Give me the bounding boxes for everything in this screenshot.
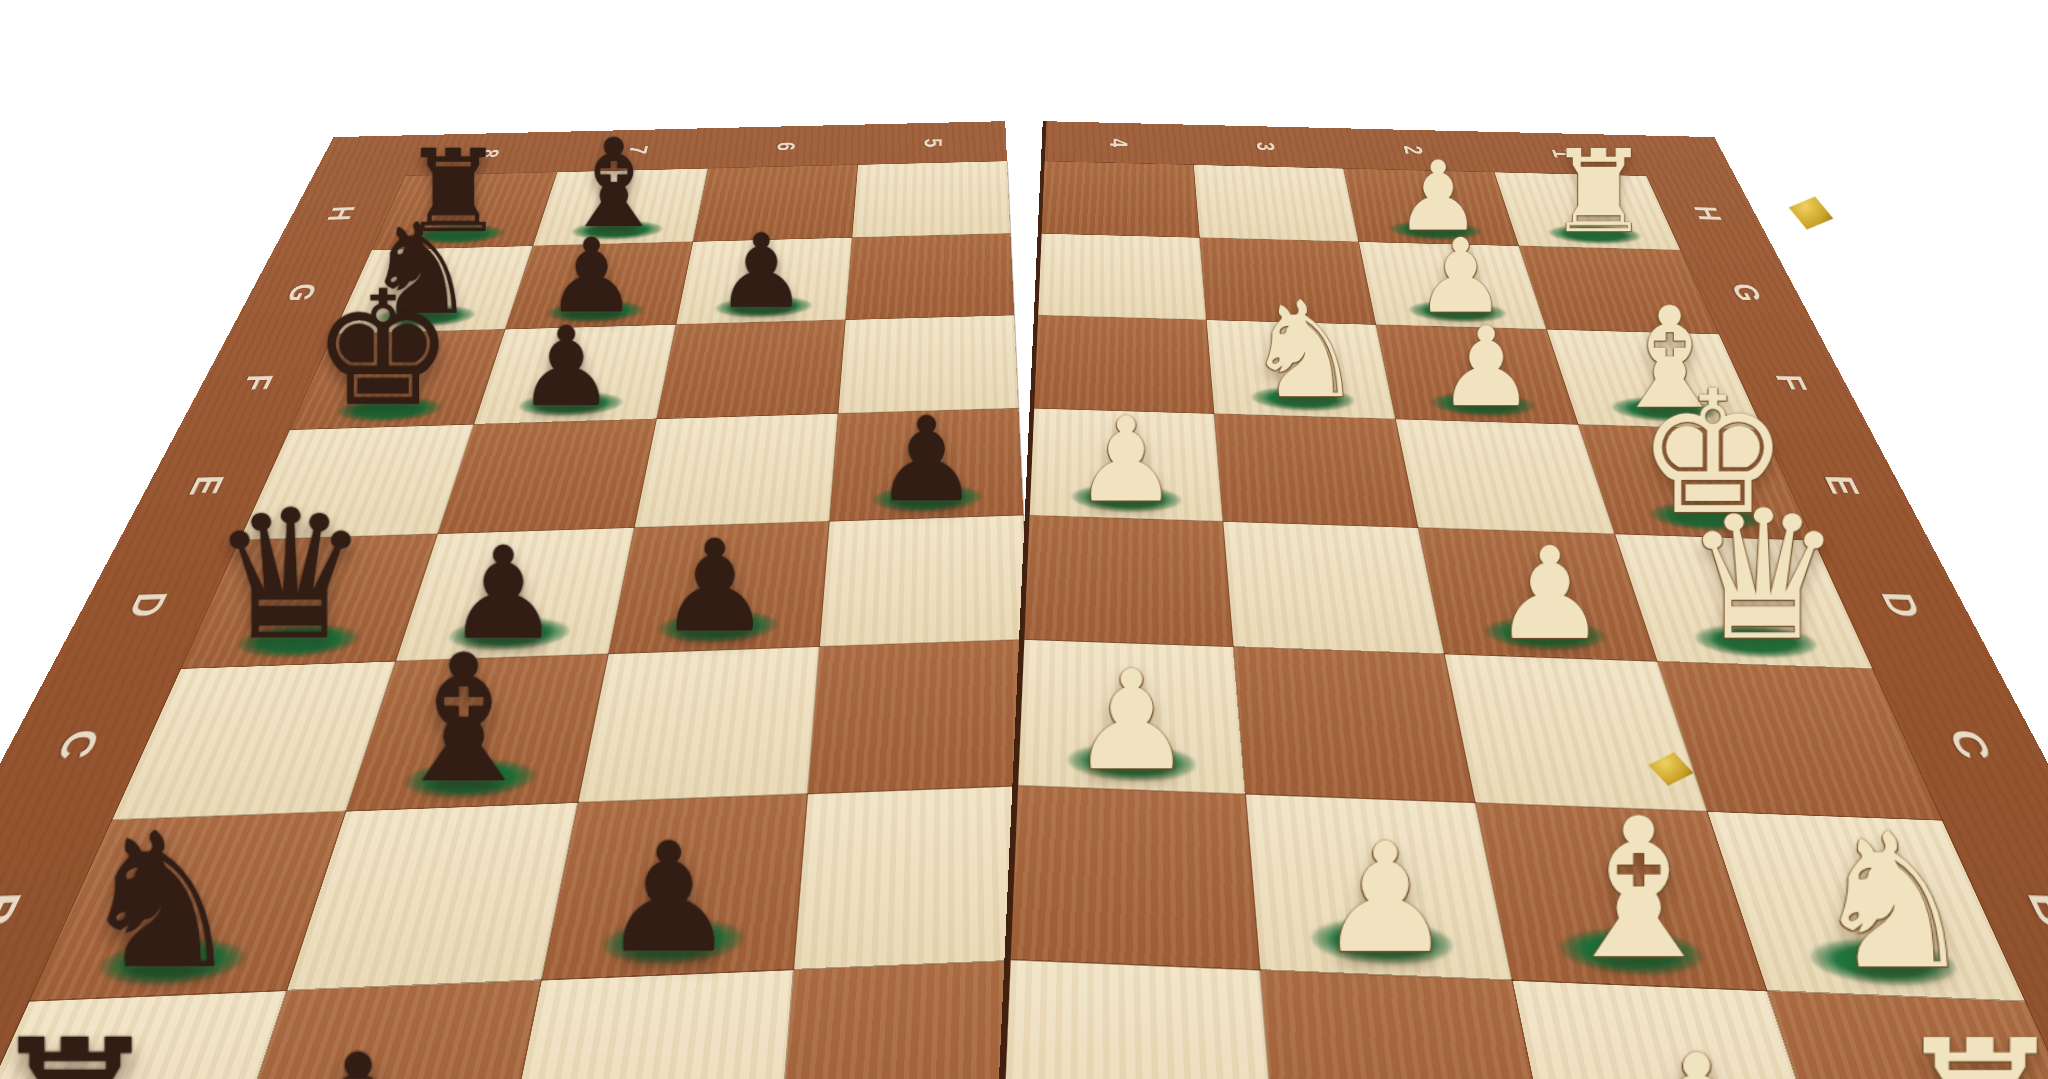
file-label-g: G [1723, 283, 1769, 302]
square-d2[interactable]: ♟ [1418, 528, 1657, 662]
file-label-c: C [46, 728, 110, 760]
square-b6[interactable]: ♟ [542, 794, 808, 980]
square-f3[interactable]: ♞ [1207, 320, 1396, 419]
square-c6[interactable] [578, 647, 820, 803]
squares-right-half: ♟♜♟♞♟♝♟♚♟♛♟♟♝♞♟♜ [1002, 161, 2048, 1079]
white-pawn-c4[interactable]: ♟ [1018, 655, 1245, 785]
rank-label-7: 7 [623, 145, 654, 154]
square-b3[interactable]: ♟ [1246, 795, 1513, 981]
black-king-f8[interactable]: ♚ [293, 274, 475, 424]
white-pawn-f2[interactable]: ♟ [1396, 315, 1577, 419]
white-pawn-a2[interactable]: ♟ [1558, 1037, 1836, 1079]
square-e7[interactable] [438, 419, 657, 534]
scene: 8765 HGFEDCBA ♜♝♞♟♟♚♟♟♛♟♟♝♞♟♜♟ 8765 4321… [0, 0, 2048, 1079]
white-rook-a1[interactable]: ♜ [1840, 1019, 2048, 1079]
square-b4[interactable] [1011, 786, 1261, 971]
square-e6[interactable] [635, 414, 839, 528]
square-d3[interactable] [1223, 522, 1444, 655]
white-knight-f3[interactable]: ♞ [1214, 287, 1394, 413]
square-e2[interactable] [1396, 419, 1615, 534]
file-label-h: H [1686, 206, 1728, 221]
rank-label-1: 1 [1546, 149, 1579, 159]
square-c4[interactable]: ♟ [1018, 640, 1246, 795]
square-c7[interactable]: ♝ [346, 654, 608, 811]
square-d6[interactable]: ♟ [609, 522, 830, 655]
white-knight-b1[interactable]: ♞ [1768, 814, 2020, 991]
white-pawn-d2[interactable]: ♟ [1445, 533, 1655, 654]
square-e4[interactable]: ♟ [1030, 409, 1224, 522]
black-pawn-a7[interactable]: ♟ [219, 1036, 497, 1079]
board-left-half: 8765 HGFEDCBA ♜♝♞♟♟♚♟♟♛♟♟♝♞♟♜♟ 8765 [0, 121, 1064, 1079]
file-label-f: F [234, 374, 281, 391]
square-f8[interactable]: ♚ [290, 330, 506, 431]
square-g5[interactable] [846, 234, 1014, 320]
square-c3[interactable] [1234, 647, 1476, 803]
square-b2[interactable]: ♝ [1476, 803, 1768, 991]
square-f6[interactable] [657, 320, 846, 419]
black-pawn-g6[interactable]: ♟ [677, 223, 845, 320]
black-rook-a8[interactable]: ♜ [0, 1018, 215, 1079]
square-h5[interactable] [852, 161, 1010, 237]
file-label-d: D [1871, 591, 1929, 618]
white-queen-d1[interactable]: ♛ [1658, 492, 1869, 662]
square-d5[interactable] [820, 516, 1029, 647]
black-pawn-f7[interactable]: ♟ [476, 315, 657, 419]
square-e3[interactable] [1214, 414, 1418, 528]
square-d4[interactable] [1024, 516, 1233, 648]
file-label-b: B [0, 891, 32, 929]
square-g4[interactable] [1038, 234, 1206, 320]
black-pawn-b6[interactable]: ♟ [544, 826, 794, 970]
rank-label-5: 5 [919, 138, 948, 147]
file-label-c: C [1937, 728, 2001, 760]
square-f2[interactable]: ♟ [1376, 325, 1578, 425]
board-left-surface: 8765 HGFEDCBA ♜♝♞♟♟♚♟♟♛♟♟♝♞♟♜♟ 8765 [0, 121, 1064, 1079]
file-label-d: D [118, 591, 176, 618]
white-pawn-b3[interactable]: ♟ [1261, 827, 1511, 971]
black-bishop-c7[interactable]: ♝ [349, 635, 578, 802]
square-c5[interactable] [808, 640, 1036, 795]
black-pawn-d6[interactable]: ♟ [610, 526, 819, 646]
square-h4[interactable] [1042, 161, 1200, 237]
square-f7[interactable]: ♟ [474, 325, 676, 425]
folding-chessboard: 8765 HGFEDCBA ♜♝♞♟♟♚♟♟♛♟♟♝♞♟♜♟ 8765 4321… [0, 121, 2048, 1079]
square-h3[interactable] [1194, 165, 1359, 242]
square-a2[interactable]: ♟ [1513, 981, 1841, 1079]
square-g6[interactable]: ♟ [676, 238, 852, 325]
square-a3[interactable] [1260, 971, 1557, 1079]
square-a6[interactable] [498, 970, 794, 1079]
black-knight-b8[interactable]: ♞ [35, 814, 287, 991]
rank-label-2: 2 [1398, 145, 1429, 154]
square-e5[interactable]: ♟ [830, 409, 1024, 522]
white-pawn-e4[interactable]: ♟ [1030, 405, 1223, 516]
board-right-surface: 4321 ♟♜♟♞♟♝♟♚♟♛♟♟♝♞♟♜ HGFEDCBA 4321 [984, 121, 2048, 1079]
rank-label-4: 4 [1104, 138, 1133, 147]
rank-label-3: 3 [1251, 142, 1281, 151]
chessboard-photo: 8765 HGFEDCBA ♜♝♞♟♟♚♟♟♛♟♟♝♞♟♜♟ 8765 4321… [0, 0, 2048, 1079]
white-bishop-b2[interactable]: ♝ [1513, 797, 1764, 981]
board-right-half: 4321 ♟♜♟♞♟♝♟♚♟♛♟♟♝♞♟♜ HGFEDCBA 4321 [984, 121, 2048, 1079]
rank-label-6: 6 [771, 142, 801, 151]
file-label-b: B [2016, 891, 2048, 929]
black-pawn-e5[interactable]: ♟ [830, 404, 1023, 515]
rank-label-8: 8 [473, 149, 506, 159]
